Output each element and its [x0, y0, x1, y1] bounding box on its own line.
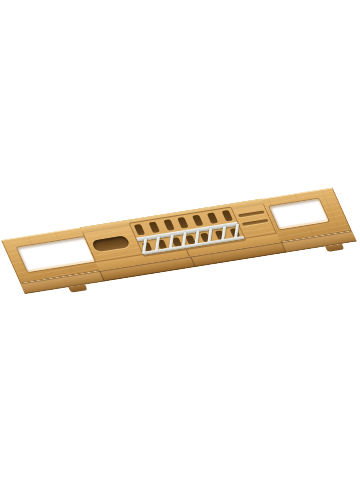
rack-slot: [178, 217, 190, 228]
rack-slot: [207, 212, 219, 223]
book-groove: [242, 219, 269, 226]
photo-canvas: [0, 0, 360, 482]
book-groove: [238, 211, 265, 218]
rack-slot: [134, 224, 146, 235]
rack-slot: [163, 219, 175, 230]
rack-slot: [148, 222, 160, 233]
book-grooves: [238, 211, 269, 226]
right-foot: [325, 244, 344, 252]
rack-slot: [192, 215, 204, 226]
bathtub-caddy: [1, 187, 359, 299]
left-foot: [68, 284, 87, 292]
rack-slot: [222, 210, 234, 221]
front-seam-center: [190, 256, 196, 267]
glass-slot-cutout: [91, 235, 131, 252]
